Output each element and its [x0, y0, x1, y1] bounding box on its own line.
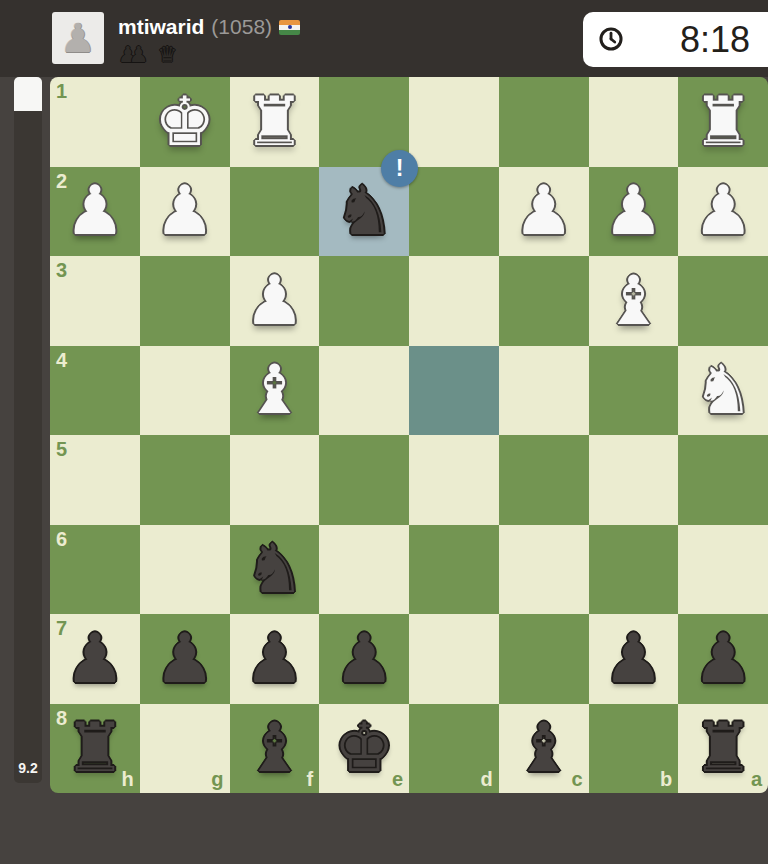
- square-d1[interactable]: [409, 77, 499, 167]
- square-c3[interactable]: [499, 256, 589, 346]
- square-b2[interactable]: ♟: [589, 167, 679, 257]
- white-bishop-b3[interactable]: ♝: [589, 256, 679, 346]
- square-e5[interactable]: [319, 435, 409, 525]
- white-rook-f1[interactable]: ♜: [230, 77, 320, 167]
- square-c7[interactable]: [499, 614, 589, 704]
- white-king-g1[interactable]: ♚: [140, 77, 230, 167]
- white-bishop-f4[interactable]: ♝: [230, 346, 320, 436]
- square-g4[interactable]: [140, 346, 230, 436]
- captured-pawn-group: ♟♟: [118, 43, 148, 67]
- square-a1[interactable]: ♜: [678, 77, 768, 167]
- square-d7[interactable]: [409, 614, 499, 704]
- top-player-info: mtiwarid (1058) ♟♟♛: [118, 15, 300, 67]
- square-h5[interactable]: 5: [50, 435, 140, 525]
- captured-queen-icon: ♛: [157, 43, 177, 67]
- top-captured-pieces: ♟♟♛: [118, 43, 300, 67]
- square-d2[interactable]: [409, 167, 499, 257]
- square-b5[interactable]: [589, 435, 679, 525]
- square-h4[interactable]: 4: [50, 346, 140, 436]
- square-g1[interactable]: ♚: [140, 77, 230, 167]
- square-e7[interactable]: ♟: [319, 614, 409, 704]
- evaluation-score: 9.2: [14, 760, 42, 776]
- top-player-clock: 8:18: [583, 12, 768, 67]
- rank-label-1: 1: [56, 80, 67, 103]
- white-rook-a1[interactable]: ♜: [678, 77, 768, 167]
- clock-icon: [597, 25, 625, 57]
- square-b8[interactable]: b: [589, 704, 679, 794]
- square-h7[interactable]: 7♟: [50, 614, 140, 704]
- captured-queen-group: ♛: [157, 43, 177, 67]
- square-f3[interactable]: ♟: [230, 256, 320, 346]
- square-e4[interactable]: [319, 346, 409, 436]
- square-b3[interactable]: ♝: [589, 256, 679, 346]
- rank-label-4: 4: [56, 349, 67, 372]
- square-h1[interactable]: 1: [50, 77, 140, 167]
- black-pawn-h7[interactable]: ♟: [50, 614, 140, 704]
- chess-board[interactable]: 1♚♜♜2♟♟♞♟♟♟3♟♝4♝♞56♞7♟♟♟♟♟♟8h♜gf♝e♚dc♝ba…: [50, 77, 768, 793]
- square-b1[interactable]: [589, 77, 679, 167]
- black-rook-a8[interactable]: ♜: [678, 704, 768, 794]
- captured-pawn-icon: ♟: [129, 43, 149, 67]
- black-bishop-c8[interactable]: ♝: [499, 704, 589, 794]
- square-c6[interactable]: [499, 525, 589, 615]
- file-label-g: g: [211, 768, 223, 791]
- square-f1[interactable]: ♜: [230, 77, 320, 167]
- square-d3[interactable]: [409, 256, 499, 346]
- square-b6[interactable]: [589, 525, 679, 615]
- square-f6[interactable]: ♞: [230, 525, 320, 615]
- square-a7[interactable]: ♟: [678, 614, 768, 704]
- square-d5[interactable]: [409, 435, 499, 525]
- top-clock-time: 8:18: [680, 19, 768, 61]
- black-knight-f6[interactable]: ♞: [230, 525, 320, 615]
- square-g7[interactable]: ♟: [140, 614, 230, 704]
- square-g8[interactable]: g: [140, 704, 230, 794]
- bottom-player-bar: satriotomo (1064) ♟♟♞♛+3 6:42: [0, 793, 768, 864]
- evaluation-bar-white-portion: [14, 77, 42, 111]
- square-g6[interactable]: [140, 525, 230, 615]
- square-a2[interactable]: ♟: [678, 167, 768, 257]
- square-d4[interactable]: [409, 346, 499, 436]
- square-f4[interactable]: ♝: [230, 346, 320, 436]
- square-g2[interactable]: ♟: [140, 167, 230, 257]
- black-pawn-g7[interactable]: ♟: [140, 614, 230, 704]
- square-f5[interactable]: [230, 435, 320, 525]
- file-label-b: b: [660, 768, 672, 791]
- rank-label-6: 6: [56, 528, 67, 551]
- black-rook-h8[interactable]: ♜: [50, 704, 140, 794]
- black-bishop-f8[interactable]: ♝: [230, 704, 320, 794]
- square-a6[interactable]: [678, 525, 768, 615]
- white-pawn-c2[interactable]: ♟: [499, 167, 589, 257]
- square-a5[interactable]: [678, 435, 768, 525]
- top-player-rating: (1058): [211, 15, 272, 39]
- black-pawn-e7[interactable]: ♟: [319, 614, 409, 704]
- square-g3[interactable]: [140, 256, 230, 346]
- square-f2[interactable]: [230, 167, 320, 257]
- square-c8[interactable]: c♝: [499, 704, 589, 794]
- square-h3[interactable]: 3: [50, 256, 140, 346]
- top-player-bar: ♟ mtiwarid (1058) ♟♟♛ 8:18: [0, 0, 768, 77]
- india-flag-icon: [279, 20, 300, 35]
- great-move-badge: !: [381, 150, 418, 187]
- white-pawn-h2[interactable]: ♟: [50, 167, 140, 257]
- square-c2[interactable]: ♟: [499, 167, 589, 257]
- square-b7[interactable]: ♟: [589, 614, 679, 704]
- square-a4[interactable]: ♞: [678, 346, 768, 436]
- square-c1[interactable]: [499, 77, 589, 167]
- white-knight-a4[interactable]: ♞: [678, 346, 768, 436]
- square-f7[interactable]: ♟: [230, 614, 320, 704]
- white-pawn-f3[interactable]: ♟: [230, 256, 320, 346]
- square-g5[interactable]: [140, 435, 230, 525]
- evaluation-bar: 9.2: [14, 77, 42, 783]
- black-king-e8[interactable]: ♚: [319, 704, 409, 794]
- square-h2[interactable]: 2♟: [50, 167, 140, 257]
- white-pawn-b2[interactable]: ♟: [589, 167, 679, 257]
- square-e6[interactable]: [319, 525, 409, 615]
- square-h6[interactable]: 6: [50, 525, 140, 615]
- square-e8[interactable]: e♚: [319, 704, 409, 794]
- file-label-d: d: [481, 768, 493, 791]
- square-h8[interactable]: 8h♜: [50, 704, 140, 794]
- white-pawn-g2[interactable]: ♟: [140, 167, 230, 257]
- black-pawn-b7[interactable]: ♟: [589, 614, 679, 704]
- square-a3[interactable]: [678, 256, 768, 346]
- top-player-avatar[interactable]: ♟: [52, 12, 104, 64]
- rank-label-3: 3: [56, 259, 67, 282]
- square-c5[interactable]: [499, 435, 589, 525]
- black-pawn-a7[interactable]: ♟: [678, 614, 768, 704]
- square-f8[interactable]: f♝: [230, 704, 320, 794]
- black-pawn-f7[interactable]: ♟: [230, 614, 320, 704]
- top-player-name: mtiwarid: [118, 15, 204, 39]
- square-e3[interactable]: [319, 256, 409, 346]
- square-a8[interactable]: a♜: [678, 704, 768, 794]
- square-d6[interactable]: [409, 525, 499, 615]
- square-c4[interactable]: [499, 346, 589, 436]
- square-d8[interactable]: d: [409, 704, 499, 794]
- square-b4[interactable]: [589, 346, 679, 436]
- rank-label-5: 5: [56, 438, 67, 461]
- default-pawn-avatar-icon: ♟: [60, 18, 96, 58]
- white-pawn-a2[interactable]: ♟: [678, 167, 768, 257]
